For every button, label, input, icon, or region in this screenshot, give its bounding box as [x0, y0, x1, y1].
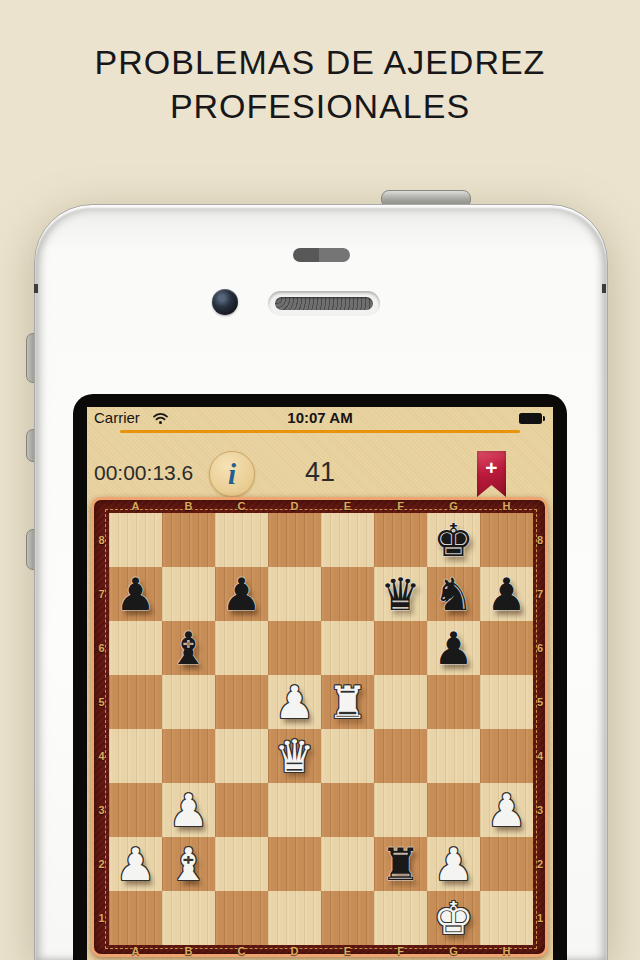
square-d6[interactable] [268, 621, 321, 675]
square-a8[interactable] [109, 513, 162, 567]
piece-black-knight[interactable]: ♞ [433, 572, 473, 617]
coord-label-4: 4 [534, 729, 546, 783]
square-g3[interactable] [427, 783, 480, 837]
square-e8[interactable] [321, 513, 374, 567]
square-g6[interactable]: ♟ [427, 621, 480, 675]
earpiece-speaker [268, 291, 380, 316]
square-d5[interactable]: ♟ [268, 675, 321, 729]
coord-label-d: D [268, 500, 321, 513]
front-camera [212, 289, 238, 315]
square-e5[interactable]: ♜ [321, 675, 374, 729]
square-a4[interactable] [109, 729, 162, 783]
piece-black-queen[interactable]: ♛ [380, 572, 420, 617]
square-f3[interactable] [374, 783, 427, 837]
square-b8[interactable] [162, 513, 215, 567]
square-h8[interactable] [480, 513, 533, 567]
square-h1[interactable] [480, 891, 533, 945]
square-c7[interactable]: ♟ [215, 567, 268, 621]
piece-white-bishop[interactable]: ♝ [168, 842, 208, 887]
coord-label-3: 3 [94, 783, 109, 837]
bookmark-button[interactable]: + [477, 451, 506, 497]
square-f8[interactable] [374, 513, 427, 567]
piece-black-rook[interactable]: ♜ [380, 842, 420, 887]
plus-icon: + [485, 456, 497, 479]
square-e1[interactable] [321, 891, 374, 945]
status-bar: Carrier 10:07 AM [87, 407, 553, 429]
piece-white-pawn[interactable]: ♟ [115, 842, 155, 887]
coord-label-5: 5 [534, 675, 546, 729]
square-f5[interactable] [374, 675, 427, 729]
square-c4[interactable] [215, 729, 268, 783]
square-a5[interactable] [109, 675, 162, 729]
rank-labels-right: 87654321 [534, 513, 546, 945]
file-labels-top: ABCDEFGH [109, 500, 533, 513]
coord-label-a: A [109, 500, 162, 513]
square-h5[interactable] [480, 675, 533, 729]
piece-white-pawn[interactable]: ♟ [433, 842, 473, 887]
square-g5[interactable] [427, 675, 480, 729]
coord-label-b: B [162, 946, 215, 956]
coord-label-6: 6 [534, 621, 546, 675]
coord-label-1: 1 [534, 891, 546, 945]
square-a1[interactable] [109, 891, 162, 945]
coord-label-a: A [109, 946, 162, 956]
antenna-notch-right [602, 284, 606, 293]
chess-board-frame: ABCDEFGH ABCDEFGH 87654321 87654321 ♚♟♟♛… [91, 497, 548, 957]
coord-label-f: F [374, 500, 427, 513]
square-c2[interactable] [215, 837, 268, 891]
coord-label-7: 7 [534, 567, 546, 621]
rank-labels-left: 87654321 [94, 513, 109, 945]
square-a2[interactable]: ♟ [109, 837, 162, 891]
square-f7[interactable]: ♛ [374, 567, 427, 621]
piece-black-pawn[interactable]: ♟ [433, 626, 473, 671]
square-e6[interactable] [321, 621, 374, 675]
piece-white-pawn[interactable]: ♟ [168, 788, 208, 833]
coord-label-6: 6 [94, 621, 109, 675]
page-title-line1: PROBLEMAS DE AJEDREZ [0, 40, 640, 84]
square-e3[interactable] [321, 783, 374, 837]
square-h4[interactable] [480, 729, 533, 783]
piece-white-queen[interactable]: ♛ [274, 734, 314, 779]
chess-board: ♚♟♟♛♞♟♝♟♟♜♛♟♟♟♝♜♟♚ [109, 513, 533, 945]
coord-label-1: 1 [94, 891, 109, 945]
square-f4[interactable] [374, 729, 427, 783]
coord-label-d: D [268, 946, 321, 956]
piece-white-pawn[interactable]: ♟ [486, 788, 526, 833]
piece-black-king[interactable]: ♚ [433, 518, 473, 563]
square-c8[interactable] [215, 513, 268, 567]
piece-black-pawn[interactable]: ♟ [115, 572, 155, 617]
square-f2[interactable]: ♜ [374, 837, 427, 891]
screen-bezel: Carrier 10:07 AM 00:00:13.6 i 41 + ABCDE… [73, 394, 567, 960]
piece-black-pawn[interactable]: ♟ [221, 572, 261, 617]
piece-black-bishop[interactable]: ♝ [168, 626, 208, 671]
piece-white-king[interactable]: ♚ [433, 896, 473, 941]
square-d1[interactable] [268, 891, 321, 945]
coord-label-b: B [162, 500, 215, 513]
square-g4[interactable] [427, 729, 480, 783]
square-a3[interactable] [109, 783, 162, 837]
coord-label-g: G [427, 946, 480, 956]
file-labels-bottom: ABCDEFGH [109, 946, 533, 956]
square-c3[interactable] [215, 783, 268, 837]
time-label: 10:07 AM [87, 409, 553, 426]
square-b5[interactable] [162, 675, 215, 729]
square-g2[interactable]: ♟ [427, 837, 480, 891]
page-title-line2: PROFESIONALES [0, 84, 640, 128]
square-d8[interactable] [268, 513, 321, 567]
page-title: PROBLEMAS DE AJEDREZ PROFESIONALES [0, 40, 640, 128]
square-e4[interactable] [321, 729, 374, 783]
coord-label-f: F [374, 946, 427, 956]
header-divider [120, 430, 520, 433]
square-b7[interactable] [162, 567, 215, 621]
square-c6[interactable] [215, 621, 268, 675]
square-a7[interactable]: ♟ [109, 567, 162, 621]
square-b3[interactable]: ♟ [162, 783, 215, 837]
coord-label-c: C [215, 946, 268, 956]
coord-label-c: C [215, 500, 268, 513]
square-c5[interactable] [215, 675, 268, 729]
piece-white-rook[interactable]: ♜ [327, 680, 367, 725]
square-d4[interactable]: ♛ [268, 729, 321, 783]
sensor-pill [293, 248, 350, 262]
earpiece-mesh [275, 297, 373, 310]
square-b2[interactable]: ♝ [162, 837, 215, 891]
square-b4[interactable] [162, 729, 215, 783]
square-f1[interactable] [374, 891, 427, 945]
square-h6[interactable] [480, 621, 533, 675]
app-screen: Carrier 10:07 AM 00:00:13.6 i 41 + ABCDE… [87, 407, 553, 960]
square-b6[interactable]: ♝ [162, 621, 215, 675]
square-d2[interactable] [268, 837, 321, 891]
coord-label-h: H [480, 500, 533, 513]
battery-icon [519, 413, 542, 424]
square-h3[interactable]: ♟ [480, 783, 533, 837]
coord-label-4: 4 [94, 729, 109, 783]
antenna-notch-left [34, 284, 38, 293]
coord-label-7: 7 [94, 567, 109, 621]
coord-label-e: E [321, 500, 374, 513]
square-a6[interactable] [109, 621, 162, 675]
coord-label-3: 3 [534, 783, 546, 837]
square-h7[interactable]: ♟ [480, 567, 533, 621]
square-g7[interactable]: ♞ [427, 567, 480, 621]
coord-label-5: 5 [94, 675, 109, 729]
square-f6[interactable] [374, 621, 427, 675]
piece-black-pawn[interactable]: ♟ [486, 572, 526, 617]
piece-white-pawn[interactable]: ♟ [274, 680, 314, 725]
square-g1[interactable]: ♚ [427, 891, 480, 945]
coord-label-e: E [321, 946, 374, 956]
coord-label-2: 2 [94, 837, 109, 891]
coord-label-g: G [427, 500, 480, 513]
square-d7[interactable] [268, 567, 321, 621]
square-h2[interactable] [480, 837, 533, 891]
coord-label-2: 2 [534, 837, 546, 891]
square-b1[interactable] [162, 891, 215, 945]
coord-label-8: 8 [94, 513, 109, 567]
square-d3[interactable] [268, 783, 321, 837]
square-c1[interactable] [215, 891, 268, 945]
square-e2[interactable] [321, 837, 374, 891]
coord-label-8: 8 [534, 513, 546, 567]
square-g8[interactable]: ♚ [427, 513, 480, 567]
square-e7[interactable] [321, 567, 374, 621]
coord-label-h: H [480, 946, 533, 956]
